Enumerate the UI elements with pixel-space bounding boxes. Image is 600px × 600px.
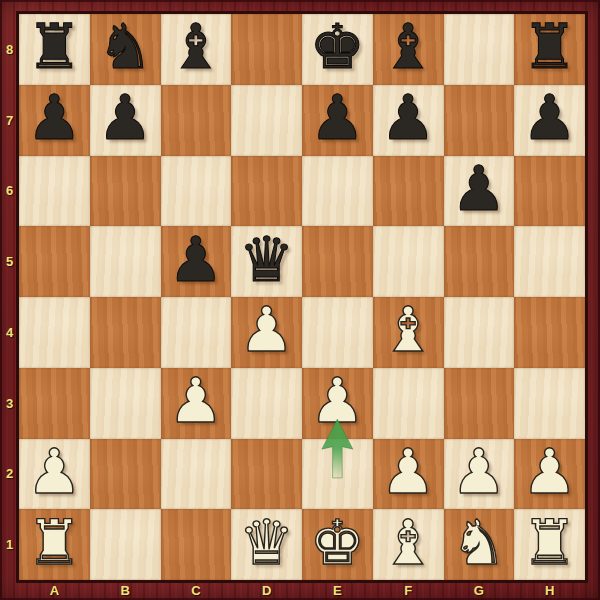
square-g5[interactable] (444, 226, 515, 297)
black-queen-d5[interactable]: ♛ (231, 226, 302, 297)
square-e6[interactable] (302, 156, 373, 227)
rank-label-8: 8 (0, 14, 19, 85)
square-a4[interactable] (19, 297, 90, 368)
white-pawn-a2[interactable]: ♟ (19, 439, 90, 510)
square-d6[interactable] (231, 156, 302, 227)
square-f3[interactable] (373, 368, 444, 439)
black-pawn-b7[interactable]: ♟ (90, 85, 161, 156)
square-e5[interactable] (302, 226, 373, 297)
rank-label-2: 2 (0, 439, 19, 510)
square-f6[interactable] (373, 156, 444, 227)
rank-label-1: 1 (0, 509, 19, 580)
square-h6[interactable] (514, 156, 585, 227)
square-d7[interactable] (231, 85, 302, 156)
white-knight-g1[interactable]: ♞ (444, 509, 515, 580)
black-bishop-c8[interactable]: ♝ (161, 14, 232, 85)
black-pawn-h7[interactable]: ♟ (514, 85, 585, 156)
rank-label-4: 4 (0, 297, 19, 368)
black-pawn-c5[interactable]: ♟ (161, 226, 232, 297)
white-rook-a1[interactable]: ♜ (19, 509, 90, 580)
square-c4[interactable] (161, 297, 232, 368)
white-pawn-g2[interactable]: ♟ (444, 439, 515, 510)
square-c2[interactable] (161, 439, 232, 510)
square-b3[interactable] (90, 368, 161, 439)
white-pawn-f2[interactable]: ♟ (373, 439, 444, 510)
square-g8[interactable] (444, 14, 515, 85)
black-pawn-g6[interactable]: ♟ (444, 156, 515, 227)
square-h5[interactable] (514, 226, 585, 297)
square-h3[interactable] (514, 368, 585, 439)
file-label-D: D (231, 580, 302, 600)
white-bishop-f1[interactable]: ♝ (373, 509, 444, 580)
board-squares: ♜♞♝♚♝♜♟♟♟♟♟♟♟♛♟♝♟♟♟♟♟♟♜♛♚♝♞♜ (19, 14, 585, 580)
file-label-A: A (19, 580, 90, 600)
white-rook-h1[interactable]: ♜ (514, 509, 585, 580)
square-b1[interactable] (90, 509, 161, 580)
square-h4[interactable] (514, 297, 585, 368)
chessboard: 87654321 ABCDEFGH ♜♞♝♚♝♜♟♟♟♟♟♟♟♛♟♝♟♟♟♟♟♟… (0, 0, 600, 600)
square-d2[interactable] (231, 439, 302, 510)
square-a3[interactable] (19, 368, 90, 439)
file-label-C: C (161, 580, 232, 600)
square-b6[interactable] (90, 156, 161, 227)
black-pawn-a7[interactable]: ♟ (19, 85, 90, 156)
black-rook-a8[interactable]: ♜ (19, 14, 90, 85)
rank-label-5: 5 (0, 226, 19, 297)
black-rook-h8[interactable]: ♜ (514, 14, 585, 85)
file-label-F: F (373, 580, 444, 600)
black-bishop-f8[interactable]: ♝ (373, 14, 444, 85)
white-pawn-e3[interactable]: ♟ (302, 368, 373, 439)
square-b5[interactable] (90, 226, 161, 297)
square-f5[interactable] (373, 226, 444, 297)
square-d3[interactable] (231, 368, 302, 439)
square-g4[interactable] (444, 297, 515, 368)
square-a6[interactable] (19, 156, 90, 227)
black-knight-b8[interactable]: ♞ (90, 14, 161, 85)
rank-label-6: 6 (0, 156, 19, 227)
square-g3[interactable] (444, 368, 515, 439)
square-b4[interactable] (90, 297, 161, 368)
square-d8[interactable] (231, 14, 302, 85)
white-bishop-f4[interactable]: ♝ (373, 297, 444, 368)
white-queen-d1[interactable]: ♛ (231, 509, 302, 580)
square-c6[interactable] (161, 156, 232, 227)
black-pawn-e7[interactable]: ♟ (302, 85, 373, 156)
rank-label-7: 7 (0, 85, 19, 156)
file-label-H: H (514, 580, 585, 600)
black-pawn-f7[interactable]: ♟ (373, 85, 444, 156)
white-king-e1[interactable]: ♚ (302, 509, 373, 580)
file-label-G: G (444, 580, 515, 600)
square-a5[interactable] (19, 226, 90, 297)
square-e4[interactable] (302, 297, 373, 368)
square-g7[interactable] (444, 85, 515, 156)
black-king-e8[interactable]: ♚ (302, 14, 373, 85)
square-b2[interactable] (90, 439, 161, 510)
white-pawn-h2[interactable]: ♟ (514, 439, 585, 510)
white-pawn-c3[interactable]: ♟ (161, 368, 232, 439)
file-label-E: E (302, 580, 373, 600)
white-pawn-d4[interactable]: ♟ (231, 297, 302, 368)
file-label-B: B (90, 580, 161, 600)
square-c7[interactable] (161, 85, 232, 156)
rank-label-3: 3 (0, 368, 19, 439)
square-c1[interactable] (161, 509, 232, 580)
square-e2[interactable] (302, 439, 373, 510)
